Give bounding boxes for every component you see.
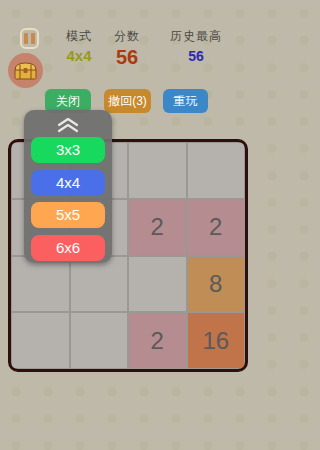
- best-stat: 历史最高 56: [163, 28, 229, 64]
- board-cell: 2: [188, 200, 245, 255]
- board-cell: 16: [188, 313, 245, 368]
- score-stat: 分数 56: [104, 28, 150, 69]
- replay-button[interactable]: 重玩: [163, 89, 208, 113]
- board-cell: [71, 313, 128, 368]
- score-value: 56: [104, 46, 150, 69]
- board-cell: 2: [129, 200, 186, 255]
- chest-glyph: [14, 61, 37, 81]
- board-cell: 2: [129, 313, 186, 368]
- pause-icon: [24, 33, 28, 44]
- best-value: 56: [163, 48, 229, 64]
- size-menu-panel: 3x3 4x4 5x5 6x6: [24, 110, 112, 263]
- board-cell: [12, 313, 69, 368]
- pause-button[interactable]: [20, 28, 39, 49]
- board-cell: 8: [188, 257, 245, 312]
- pause-icon: [31, 33, 35, 44]
- board-cell: [129, 143, 186, 198]
- board-cell: [188, 143, 245, 198]
- size-option-6x6[interactable]: 6x6: [31, 235, 105, 261]
- mode-stat: 模式 4x4: [56, 28, 102, 64]
- size-option-5x5[interactable]: 5x5: [31, 202, 105, 228]
- chevron-double-up-icon: [53, 117, 83, 133]
- score-label: 分数: [104, 28, 150, 45]
- mode-label: 模式: [56, 28, 102, 45]
- size-option-3x3[interactable]: 3x3: [31, 137, 105, 163]
- treasure-chest-icon[interactable]: [8, 53, 43, 88]
- undo-button[interactable]: 撤回(3): [104, 89, 151, 113]
- best-label: 历史最高: [163, 28, 229, 45]
- board-cell: [12, 257, 69, 312]
- size-option-4x4[interactable]: 4x4: [31, 170, 105, 196]
- board-cell: [129, 257, 186, 312]
- collapse-menu-button[interactable]: [24, 115, 112, 135]
- mode-value: 4x4: [56, 47, 102, 64]
- board-cell: [71, 257, 128, 312]
